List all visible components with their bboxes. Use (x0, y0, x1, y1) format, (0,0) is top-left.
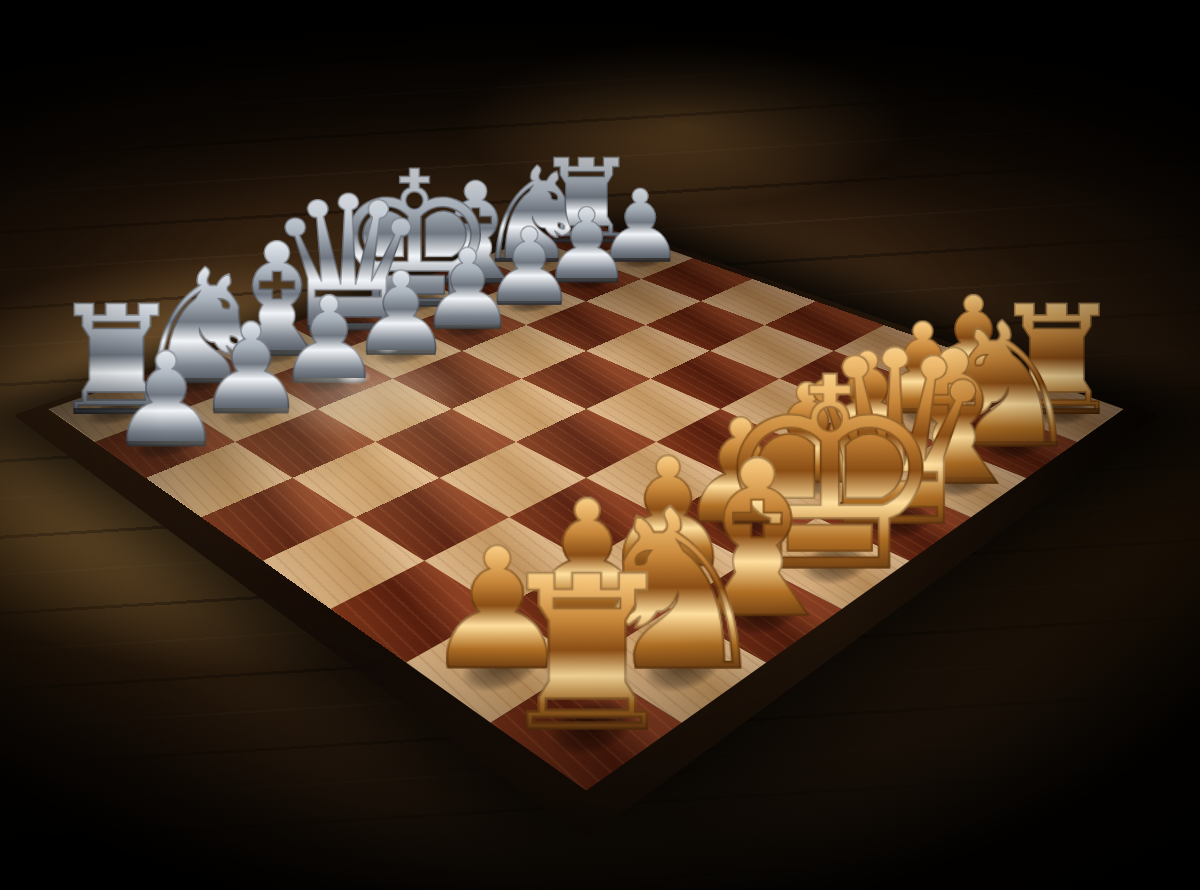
chessboard: ♜♞♝♛♚♝♞♜♟♟♟♟♟♟♟♟♟♟♟♟♟♟♟♟♜♞♝♚♛♝♞♜ (49, 221, 1124, 791)
square-e7[interactable]: ♟ (407, 301, 526, 351)
chess-scene: ♜♞♝♛♚♝♞♜♟♟♟♟♟♟♟♟♟♟♟♟♟♟♟♟♜♞♝♚♛♝♞♜ (0, 0, 1200, 890)
stage: ♜♞♝♛♚♝♞♜♟♟♟♟♟♟♟♟♟♟♟♟♟♟♟♟♜♞♝♚♛♝♞♜ (0, 0, 1200, 890)
board-squares: ♜♞♝♛♚♝♞♜♟♟♟♟♟♟♟♟♟♟♟♟♟♟♟♟♜♞♝♚♛♝♞♜ (49, 221, 1124, 791)
